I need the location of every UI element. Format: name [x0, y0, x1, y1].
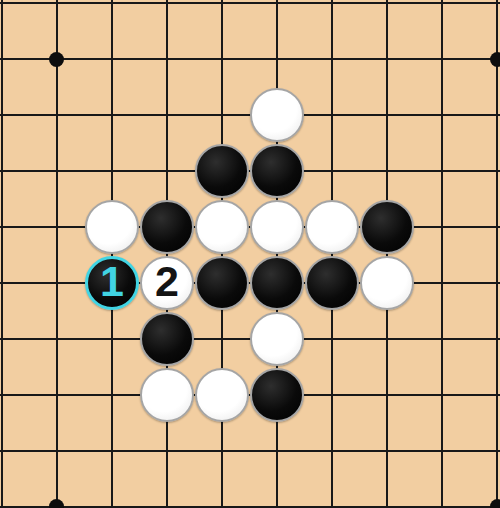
move-number-label: 2 [155, 260, 179, 303]
board-intersection[interactable] [250, 367, 305, 423]
board-intersection[interactable] [0, 87, 29, 143]
star-point [490, 499, 500, 508]
board-intersection[interactable] [305, 255, 360, 311]
board-intersection[interactable] [84, 311, 139, 367]
board-intersection[interactable] [139, 367, 194, 423]
board-intersection[interactable] [470, 0, 500, 31]
board-intersection[interactable] [29, 87, 84, 143]
board-intersection[interactable] [194, 199, 249, 255]
board-intersection[interactable] [305, 479, 360, 508]
board-intersection[interactable] [139, 199, 194, 255]
board-intersection[interactable] [360, 199, 415, 255]
board-intersection[interactable] [415, 255, 470, 311]
board-intersection[interactable] [194, 423, 249, 479]
board-intersection[interactable] [84, 31, 139, 87]
board-intersection[interactable] [29, 199, 84, 255]
board-intersection[interactable] [84, 423, 139, 479]
board-intersection[interactable] [139, 143, 194, 199]
black-stone[interactable] [250, 144, 304, 198]
board-intersection[interactable] [250, 199, 305, 255]
board-intersection[interactable] [360, 0, 415, 31]
black-stone[interactable] [195, 144, 249, 198]
board-intersection[interactable] [29, 143, 84, 199]
board-intersection[interactable] [250, 87, 305, 143]
board-intersection[interactable] [84, 479, 139, 508]
black-stone[interactable] [250, 256, 304, 310]
board-intersection[interactable] [415, 479, 470, 508]
board-intersection[interactable] [360, 367, 415, 423]
board-intersection[interactable] [360, 311, 415, 367]
star-point [490, 52, 500, 67]
board-intersection[interactable] [470, 311, 500, 367]
black-stone[interactable] [305, 256, 359, 310]
board-intersection[interactable] [194, 31, 249, 87]
board-intersection[interactable] [470, 31, 500, 87]
board-intersection[interactable] [305, 0, 360, 31]
board-intersection[interactable] [194, 0, 249, 31]
board-intersection[interactable] [415, 87, 470, 143]
board-intersection[interactable] [139, 311, 194, 367]
board-intersection[interactable] [250, 255, 305, 311]
board-intersection[interactable]: 2 [139, 255, 194, 311]
board-intersection[interactable] [470, 367, 500, 423]
board-intersection[interactable] [84, 143, 139, 199]
board-intersection[interactable] [250, 311, 305, 367]
board-intersection[interactable] [0, 367, 29, 423]
board-intersection[interactable] [194, 479, 249, 508]
black-stone[interactable] [250, 368, 304, 422]
white-stone[interactable] [250, 312, 304, 366]
board-intersection[interactable] [139, 31, 194, 87]
board-intersection[interactable] [415, 143, 470, 199]
board-intersection[interactable] [360, 143, 415, 199]
board-intersection[interactable] [139, 479, 194, 508]
board-intersection[interactable] [194, 367, 249, 423]
board-intersection[interactable]: 1 [84, 255, 139, 311]
board-intersection[interactable] [0, 255, 29, 311]
move-1-black-stone[interactable]: 1 [85, 256, 139, 310]
star-point [49, 52, 64, 67]
board-intersection[interactable] [360, 255, 415, 311]
board-intersection[interactable] [415, 311, 470, 367]
board-intersection[interactable] [0, 0, 29, 31]
board-intersection[interactable] [305, 87, 360, 143]
board-intersection[interactable] [29, 367, 84, 423]
board-intersection[interactable] [29, 479, 84, 508]
board-intersection[interactable] [84, 367, 139, 423]
board-intersection[interactable] [139, 87, 194, 143]
board-intersection[interactable] [360, 479, 415, 508]
board-intersection[interactable] [139, 0, 194, 31]
board-intersection[interactable] [84, 199, 139, 255]
board-intersection[interactable] [0, 479, 29, 508]
move-2-white-stone[interactable]: 2 [140, 256, 194, 310]
board-intersection[interactable] [305, 311, 360, 367]
board-intersection[interactable] [305, 31, 360, 87]
move-number-label: 1 [100, 260, 124, 303]
black-stone[interactable] [140, 200, 194, 254]
white-stone[interactable] [195, 200, 249, 254]
board-intersection[interactable] [0, 31, 29, 87]
white-stone[interactable] [250, 200, 304, 254]
board-intersection[interactable] [360, 87, 415, 143]
white-stone[interactable] [140, 368, 194, 422]
board-intersection[interactable] [305, 367, 360, 423]
white-stone[interactable] [85, 200, 139, 254]
board-intersection[interactable] [0, 311, 29, 367]
white-stone[interactable] [360, 256, 414, 310]
board-intersection[interactable] [305, 423, 360, 479]
white-stone[interactable] [195, 368, 249, 422]
board-intersection[interactable] [470, 87, 500, 143]
board-intersection[interactable] [29, 423, 84, 479]
board-intersection[interactable] [250, 31, 305, 87]
board-intersection[interactable] [0, 423, 29, 479]
board-intersection[interactable] [84, 87, 139, 143]
board-intersection[interactable] [415, 199, 470, 255]
board-intersection[interactable] [415, 31, 470, 87]
board-intersection[interactable] [0, 143, 29, 199]
board-intersection[interactable] [194, 255, 249, 311]
board-intersection[interactable] [250, 479, 305, 508]
board-intersection[interactable] [84, 0, 139, 31]
board-intersection[interactable] [29, 255, 84, 311]
black-stone[interactable] [195, 256, 249, 310]
board-intersection[interactable] [415, 423, 470, 479]
board-intersection[interactable] [0, 199, 29, 255]
board-intersection[interactable] [250, 423, 305, 479]
black-stone[interactable] [140, 312, 194, 366]
go-board-grid: 12 [0, 0, 500, 508]
board-intersection[interactable] [470, 143, 500, 199]
board-intersection[interactable] [470, 199, 500, 255]
board-intersection[interactable] [250, 0, 305, 31]
white-stone[interactable] [305, 200, 359, 254]
board-intersection[interactable] [29, 311, 84, 367]
board-intersection[interactable] [29, 0, 84, 31]
board-intersection[interactable] [139, 423, 194, 479]
board-intersection[interactable] [470, 255, 500, 311]
board-intersection[interactable] [305, 199, 360, 255]
star-point [49, 499, 64, 508]
board-intersection[interactable] [360, 31, 415, 87]
board-intersection[interactable] [360, 423, 415, 479]
black-stone[interactable] [360, 200, 414, 254]
board-intersection[interactable] [250, 143, 305, 199]
board-intersection[interactable] [470, 423, 500, 479]
board-intersection[interactable] [194, 311, 249, 367]
go-board[interactable]: 12 [0, 0, 500, 508]
board-intersection[interactable] [415, 367, 470, 423]
board-intersection[interactable] [470, 479, 500, 508]
board-intersection[interactable] [194, 143, 249, 199]
board-intersection[interactable] [194, 87, 249, 143]
white-stone[interactable] [250, 88, 304, 142]
board-intersection[interactable] [305, 143, 360, 199]
board-intersection[interactable] [29, 31, 84, 87]
board-intersection[interactable] [415, 0, 470, 31]
